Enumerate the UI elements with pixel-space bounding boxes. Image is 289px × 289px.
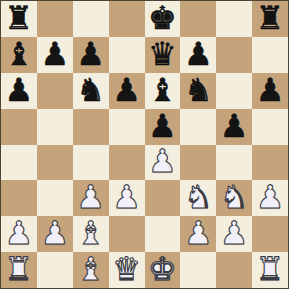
square-g6[interactable] [216, 73, 252, 109]
square-a7[interactable]: ♝ [1, 37, 37, 73]
piece-black-bishop[interactable]: ♝ [5, 38, 34, 70]
piece-black-knight[interactable]: ♞ [76, 74, 105, 106]
square-g7[interactable] [216, 37, 252, 73]
piece-black-pawn[interactable]: ♟ [112, 74, 141, 106]
square-f1[interactable] [180, 252, 216, 288]
chess-board: ♜♚♜♝♟♟♛♟♟♞♟♝♞♟♟♟♟♟♟♞♞♟♟♟♝♟♟♜♝♛♚♜ [1, 1, 288, 288]
square-e4[interactable]: ♟ [145, 145, 181, 181]
square-f3[interactable]: ♞ [180, 180, 216, 216]
square-b5[interactable] [37, 109, 73, 145]
square-e1[interactable]: ♚ [145, 252, 181, 288]
square-a2[interactable]: ♟ [1, 216, 37, 252]
square-f4[interactable] [180, 145, 216, 181]
square-f7[interactable]: ♟ [180, 37, 216, 73]
piece-black-pawn[interactable]: ♟ [5, 74, 34, 106]
piece-white-king[interactable]: ♚ [148, 253, 177, 285]
square-g3[interactable]: ♞ [216, 180, 252, 216]
square-d6[interactable]: ♟ [109, 73, 145, 109]
square-d7[interactable] [109, 37, 145, 73]
square-a4[interactable] [1, 145, 37, 181]
square-e2[interactable] [145, 216, 181, 252]
square-f6[interactable]: ♞ [180, 73, 216, 109]
piece-white-rook[interactable]: ♜ [256, 253, 285, 285]
square-e6[interactable]: ♝ [145, 73, 181, 109]
piece-white-pawn[interactable]: ♟ [184, 217, 213, 249]
square-c7[interactable]: ♟ [73, 37, 109, 73]
square-b3[interactable] [37, 180, 73, 216]
square-f2[interactable]: ♟ [180, 216, 216, 252]
square-c5[interactable] [73, 109, 109, 145]
square-h5[interactable] [252, 109, 288, 145]
square-d2[interactable] [109, 216, 145, 252]
piece-white-queen[interactable]: ♛ [112, 253, 141, 285]
square-d4[interactable] [109, 145, 145, 181]
piece-white-knight[interactable]: ♞ [184, 181, 213, 213]
square-c3[interactable]: ♟ [73, 180, 109, 216]
square-b4[interactable] [37, 145, 73, 181]
piece-black-pawn[interactable]: ♟ [40, 38, 69, 70]
square-g1[interactable] [216, 252, 252, 288]
square-c2[interactable]: ♝ [73, 216, 109, 252]
piece-white-pawn[interactable]: ♟ [76, 181, 105, 213]
piece-white-pawn[interactable]: ♟ [112, 181, 141, 213]
square-b6[interactable] [37, 73, 73, 109]
square-f8[interactable] [180, 1, 216, 37]
piece-black-pawn[interactable]: ♟ [256, 74, 285, 106]
square-b8[interactable] [37, 1, 73, 37]
square-h2[interactable] [252, 216, 288, 252]
square-h8[interactable]: ♜ [252, 1, 288, 37]
square-e3[interactable] [145, 180, 181, 216]
square-a1[interactable]: ♜ [1, 252, 37, 288]
square-b2[interactable]: ♟ [37, 216, 73, 252]
piece-black-queen[interactable]: ♛ [148, 38, 177, 70]
piece-black-rook[interactable]: ♜ [256, 2, 285, 34]
piece-black-knight[interactable]: ♞ [184, 74, 213, 106]
piece-white-bishop[interactable]: ♝ [76, 217, 105, 249]
piece-white-knight[interactable]: ♞ [220, 181, 249, 213]
square-h4[interactable] [252, 145, 288, 181]
piece-black-king[interactable]: ♚ [148, 2, 177, 34]
square-d8[interactable] [109, 1, 145, 37]
chess-board-frame: ♜♚♜♝♟♟♛♟♟♞♟♝♞♟♟♟♟♟♟♞♞♟♟♟♝♟♟♜♝♛♚♜ [0, 0, 289, 289]
piece-white-pawn[interactable]: ♟ [148, 145, 177, 177]
piece-white-bishop[interactable]: ♝ [76, 253, 105, 285]
piece-white-pawn[interactable]: ♟ [256, 181, 285, 213]
square-g2[interactable]: ♟ [216, 216, 252, 252]
square-a6[interactable]: ♟ [1, 73, 37, 109]
square-e5[interactable]: ♟ [145, 109, 181, 145]
piece-black-rook[interactable]: ♜ [5, 2, 34, 34]
piece-white-rook[interactable]: ♜ [5, 253, 34, 285]
piece-white-pawn[interactable]: ♟ [40, 217, 69, 249]
piece-black-bishop[interactable]: ♝ [148, 74, 177, 106]
square-c8[interactable] [73, 1, 109, 37]
square-e7[interactable]: ♛ [145, 37, 181, 73]
square-h3[interactable]: ♟ [252, 180, 288, 216]
square-a3[interactable] [1, 180, 37, 216]
square-d1[interactable]: ♛ [109, 252, 145, 288]
square-h1[interactable]: ♜ [252, 252, 288, 288]
square-b7[interactable]: ♟ [37, 37, 73, 73]
square-a8[interactable]: ♜ [1, 1, 37, 37]
piece-black-pawn[interactable]: ♟ [184, 38, 213, 70]
piece-black-pawn[interactable]: ♟ [76, 38, 105, 70]
square-c1[interactable]: ♝ [73, 252, 109, 288]
square-a5[interactable] [1, 109, 37, 145]
square-c4[interactable] [73, 145, 109, 181]
square-d3[interactable]: ♟ [109, 180, 145, 216]
square-h7[interactable] [252, 37, 288, 73]
piece-white-pawn[interactable]: ♟ [5, 217, 34, 249]
piece-black-pawn[interactable]: ♟ [148, 110, 177, 142]
square-g5[interactable]: ♟ [216, 109, 252, 145]
piece-white-pawn[interactable]: ♟ [220, 217, 249, 249]
square-d5[interactable] [109, 109, 145, 145]
square-e8[interactable]: ♚ [145, 1, 181, 37]
piece-black-pawn[interactable]: ♟ [220, 110, 249, 142]
square-f5[interactable] [180, 109, 216, 145]
square-b1[interactable] [37, 252, 73, 288]
square-g8[interactable] [216, 1, 252, 37]
square-g4[interactable] [216, 145, 252, 181]
square-h6[interactable]: ♟ [252, 73, 288, 109]
square-c6[interactable]: ♞ [73, 73, 109, 109]
